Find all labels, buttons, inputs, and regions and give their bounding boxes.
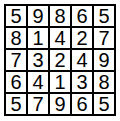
grid-cell-r4c4[interactable]: 3 bbox=[72, 72, 92, 92]
grid-cell-r4c5[interactable]: 8 bbox=[94, 72, 114, 92]
grid-cell-r5c1[interactable]: 5 bbox=[6, 94, 26, 114]
grid-cell-r5c5[interactable]: 5 bbox=[94, 94, 114, 114]
grid-cell-r1c2[interactable]: 9 bbox=[28, 6, 48, 26]
grid-cell-r3c2[interactable]: 3 bbox=[28, 50, 48, 70]
number-grid-board: 5986581427732496413857965 bbox=[4, 4, 116, 116]
grid-cell-r2c3[interactable]: 4 bbox=[50, 28, 70, 48]
grid-cell-r5c2[interactable]: 7 bbox=[28, 94, 48, 114]
grid-cell-r2c1[interactable]: 8 bbox=[6, 28, 26, 48]
grid-cell-r3c4[interactable]: 4 bbox=[72, 50, 92, 70]
grid-cell-r1c5[interactable]: 5 bbox=[94, 6, 114, 26]
grid-cell-r5c4[interactable]: 6 bbox=[72, 94, 92, 114]
grid-cell-r4c3[interactable]: 1 bbox=[50, 72, 70, 92]
grid-cell-r5c3[interactable]: 9 bbox=[50, 94, 70, 114]
grid-cell-r2c4[interactable]: 2 bbox=[72, 28, 92, 48]
grid-cell-r4c1[interactable]: 6 bbox=[6, 72, 26, 92]
grid-cell-r1c3[interactable]: 8 bbox=[50, 6, 70, 26]
grid-cell-r1c4[interactable]: 6 bbox=[72, 6, 92, 26]
grid-cell-r2c2[interactable]: 1 bbox=[28, 28, 48, 48]
grid-cell-r3c3[interactable]: 2 bbox=[50, 50, 70, 70]
grid-cell-r1c1[interactable]: 5 bbox=[6, 6, 26, 26]
grid-cell-r3c5[interactable]: 9 bbox=[94, 50, 114, 70]
grid-cell-r3c1[interactable]: 7 bbox=[6, 50, 26, 70]
grid-cell-r2c5[interactable]: 7 bbox=[94, 28, 114, 48]
grid-cell-r4c2[interactable]: 4 bbox=[28, 72, 48, 92]
